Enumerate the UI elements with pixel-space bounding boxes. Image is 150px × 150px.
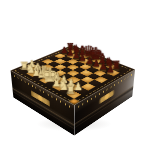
chess-piece-wR: ♜ bbox=[65, 83, 76, 96]
chess-piece-bP: ♟ bbox=[106, 64, 115, 74]
product-photo-chess-set[interactable]: ♜♞♝♛♚♝♞♜♟♟♟♟♟♟♟♟♟♟♟♟♟♟♟♟♜♞♝♛♚♝♞♜ bbox=[0, 0, 150, 150]
chess-casket: ♜♞♝♛♚♝♞♜♟♟♟♟♟♟♟♟♟♟♟♟♟♟♟♟♜♞♝♛♚♝♞♜ bbox=[11, 45, 135, 105]
